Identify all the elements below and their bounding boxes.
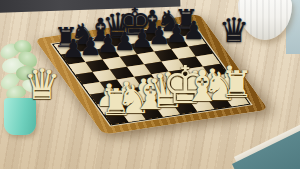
- piece-black-queen[interactable]: ♛: [219, 13, 249, 47]
- piece-black-pawn-h7[interactable]: ♟: [182, 18, 204, 43]
- piece-white-rook-h1[interactable]: ♜: [220, 66, 253, 103]
- piece-white-queen[interactable]: ♛: [23, 64, 61, 106]
- pieces-layer: ♜♞♝♛♚♝♞♜♟♟♟♟♟♟♟♟♟♟♟♟♟♟♟♟♜♞♝♛♚♝♞♜♛♛: [0, 0, 300, 169]
- chess-photo-scene: ♜♞♝♛♚♝♞♜♟♟♟♟♟♟♟♟♟♟♟♟♟♟♟♟♜♞♝♛♚♝♞♜♛♛: [0, 0, 300, 169]
